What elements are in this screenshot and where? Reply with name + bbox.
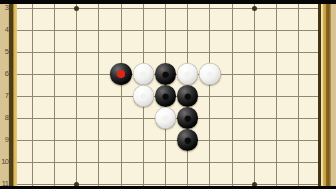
- row-label-9: 9: [0, 135, 9, 145]
- white-stone: ●: [177, 63, 199, 85]
- row-label-8: 8: [0, 113, 9, 123]
- board-frame-left: [8, 0, 17, 189]
- star-point: [252, 6, 257, 11]
- grid-line-horizontal: [10, 30, 322, 31]
- black-stone: ●: [110, 63, 132, 85]
- white-stone-glyph: ●: [139, 85, 148, 107]
- black-stone: ●: [177, 107, 199, 129]
- black-stone: ●: [177, 85, 199, 107]
- white-stone-glyph: ●: [183, 63, 192, 85]
- row-label-6: 6: [0, 69, 9, 79]
- grid-line-horizontal: [10, 184, 322, 185]
- gomoku-app-frame: ●●●●●●●●●●● 34567891011: [0, 0, 336, 189]
- white-stone: ●: [133, 85, 155, 107]
- letterbox-top: [0, 0, 336, 4]
- black-stone: ●: [155, 85, 177, 107]
- letterbox-bottom: [0, 186, 336, 189]
- row-label-10: 10: [0, 157, 9, 167]
- black-stone-glyph: ●: [161, 85, 170, 107]
- grid-line-horizontal: [10, 52, 322, 53]
- black-stone: ●: [177, 129, 199, 151]
- white-stone-glyph: ●: [161, 107, 170, 129]
- white-stone: ●: [133, 63, 155, 85]
- row-label-7: 7: [0, 91, 9, 101]
- row-label-3: 3: [0, 3, 9, 13]
- black-stone-glyph: ●: [183, 85, 192, 107]
- last-move-marker: [117, 70, 125, 78]
- black-stone-glyph: ●: [183, 107, 192, 129]
- row-label-5: 5: [0, 47, 9, 57]
- grid-line-horizontal: [10, 162, 322, 163]
- white-stone: ●: [155, 107, 177, 129]
- grid-line-horizontal: [10, 140, 322, 141]
- row-label-4: 4: [0, 25, 9, 35]
- star-point: [74, 6, 79, 11]
- white-stone-glyph: ●: [205, 63, 214, 85]
- black-stone-glyph: ●: [161, 63, 170, 85]
- board-frame-right: [318, 0, 331, 189]
- white-stone-glyph: ●: [139, 63, 148, 85]
- white-stone: ●: [199, 63, 221, 85]
- black-stone: ●: [155, 63, 177, 85]
- black-stone-glyph: ●: [183, 129, 192, 151]
- grid-line-horizontal: [10, 8, 322, 9]
